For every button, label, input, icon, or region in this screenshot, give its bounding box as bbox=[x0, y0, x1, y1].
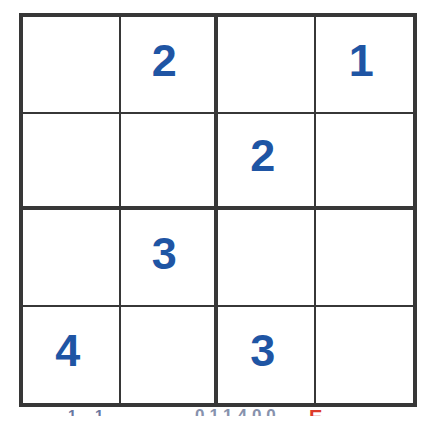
cell-r3c1[interactable] bbox=[23, 210, 121, 307]
cell-r4c4[interactable] bbox=[316, 307, 414, 404]
sudoku-board: 212343 bbox=[19, 13, 417, 407]
cell-value: 4 bbox=[55, 328, 80, 373]
cell-r1c1[interactable] bbox=[23, 17, 121, 114]
cell-r3c3[interactable] bbox=[218, 210, 316, 307]
cell-value: 1 bbox=[349, 38, 374, 83]
cell-value: 2 bbox=[250, 133, 275, 178]
cell-value: 3 bbox=[250, 328, 275, 373]
caption-fragment-3: 011400 bbox=[195, 409, 281, 416]
cell-value: 3 bbox=[152, 231, 177, 276]
cutoff-caption: 11011400E bbox=[0, 409, 440, 416]
cell-r2c3[interactable]: 2 bbox=[218, 114, 316, 211]
cell-r3c4[interactable] bbox=[316, 210, 414, 307]
cell-r3c2[interactable]: 3 bbox=[121, 210, 219, 307]
cell-r2c1[interactable] bbox=[23, 114, 121, 211]
caption-fragment-2: 1 bbox=[95, 409, 103, 416]
cell-r1c4[interactable]: 1 bbox=[316, 17, 414, 114]
cell-r4c3[interactable]: 3 bbox=[218, 307, 316, 404]
cell-r1c2[interactable]: 2 bbox=[121, 17, 219, 114]
cell-value: 2 bbox=[152, 38, 177, 83]
cell-r2c2[interactable] bbox=[121, 114, 219, 211]
caption-fragment-4: E bbox=[309, 409, 322, 416]
caption-fragment-1: 1 bbox=[68, 409, 76, 416]
page: { "game": "sudoku-4x4", "position": "020… bbox=[0, 0, 440, 430]
cell-r2c4[interactable] bbox=[316, 114, 414, 211]
cell-r1c3[interactable] bbox=[218, 17, 316, 114]
cell-r4c1[interactable]: 4 bbox=[23, 307, 121, 404]
cell-r4c2[interactable] bbox=[121, 307, 219, 404]
